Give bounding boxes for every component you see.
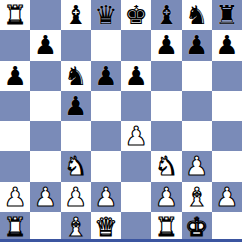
square-c8[interactable]: ♝ bbox=[61, 0, 91, 30]
black-knight[interactable]: ♞ bbox=[61, 61, 91, 91]
white-rook[interactable]: ♜ bbox=[151, 212, 181, 242]
white-bishop[interactable]: ♝ bbox=[61, 212, 91, 242]
square-a5[interactable] bbox=[0, 91, 30, 121]
square-d2[interactable]: ♟ bbox=[91, 182, 121, 212]
square-h1[interactable] bbox=[212, 212, 242, 242]
white-pawn[interactable]: ♟ bbox=[30, 182, 60, 212]
square-c5[interactable]: ♟ bbox=[61, 91, 91, 121]
black-pawn[interactable]: ♟ bbox=[151, 30, 181, 60]
black-king[interactable]: ♚ bbox=[121, 0, 151, 30]
square-c3[interactable]: ♞ bbox=[61, 151, 91, 181]
square-a6[interactable]: ♟ bbox=[0, 61, 30, 91]
square-b6[interactable] bbox=[30, 61, 60, 91]
square-h4[interactable] bbox=[212, 121, 242, 151]
black-pawn[interactable]: ♟ bbox=[182, 30, 212, 60]
white-pawn[interactable]: ♟ bbox=[0, 182, 30, 212]
black-pawn[interactable]: ♟ bbox=[121, 61, 151, 91]
square-e1[interactable] bbox=[121, 212, 151, 242]
black-pawn[interactable]: ♟ bbox=[61, 91, 91, 121]
square-a4[interactable] bbox=[0, 121, 30, 151]
black-knight[interactable]: ♞ bbox=[182, 0, 212, 30]
square-b2[interactable]: ♟ bbox=[30, 182, 60, 212]
square-e8[interactable]: ♚ bbox=[121, 0, 151, 30]
white-pawn[interactable]: ♟ bbox=[121, 121, 151, 151]
square-c6[interactable]: ♞ bbox=[61, 61, 91, 91]
square-g2[interactable]: ♝ bbox=[182, 182, 212, 212]
black-pawn[interactable]: ♟ bbox=[212, 30, 242, 60]
white-king[interactable]: ♚ bbox=[182, 212, 212, 242]
square-f1[interactable]: ♜ bbox=[151, 212, 181, 242]
square-f4[interactable] bbox=[151, 121, 181, 151]
black-pawn[interactable]: ♟ bbox=[91, 61, 121, 91]
square-a8[interactable]: ♜ bbox=[0, 0, 30, 30]
square-b5[interactable] bbox=[30, 91, 60, 121]
square-c4[interactable] bbox=[61, 121, 91, 151]
square-c1[interactable]: ♝ bbox=[61, 212, 91, 242]
white-bishop[interactable]: ♝ bbox=[182, 182, 212, 212]
white-pawn[interactable]: ♟ bbox=[61, 182, 91, 212]
black-bishop[interactable]: ♝ bbox=[61, 0, 91, 30]
square-f3[interactable]: ♞ bbox=[151, 151, 181, 181]
square-a7[interactable] bbox=[0, 30, 30, 60]
square-g5[interactable] bbox=[182, 91, 212, 121]
black-queen[interactable]: ♛ bbox=[91, 0, 121, 30]
square-g4[interactable] bbox=[182, 121, 212, 151]
square-g6[interactable] bbox=[182, 61, 212, 91]
square-d6[interactable]: ♟ bbox=[91, 61, 121, 91]
square-f8[interactable]: ♝ bbox=[151, 0, 181, 30]
square-d3[interactable] bbox=[91, 151, 121, 181]
square-b7[interactable]: ♟ bbox=[30, 30, 60, 60]
square-e7[interactable] bbox=[121, 30, 151, 60]
square-b1[interactable] bbox=[30, 212, 60, 242]
square-e2[interactable] bbox=[121, 182, 151, 212]
square-g8[interactable]: ♞ bbox=[182, 0, 212, 30]
square-e3[interactable] bbox=[121, 151, 151, 181]
square-e6[interactable]: ♟ bbox=[121, 61, 151, 91]
square-d4[interactable] bbox=[91, 121, 121, 151]
chess-board-window: ♜♝♛♚♝♞♜♟♟♟♟♟♞♟♟♟♟♞♞♟♟♟♟♟♟♝♟♜♝♛♜♚ bbox=[0, 0, 242, 242]
chess-board: ♜♝♛♚♝♞♜♟♟♟♟♟♞♟♟♟♟♞♞♟♟♟♟♟♟♝♟♜♝♛♜♚ bbox=[0, 0, 242, 242]
square-b4[interactable] bbox=[30, 121, 60, 151]
square-g3[interactable]: ♟ bbox=[182, 151, 212, 181]
black-pawn[interactable]: ♟ bbox=[30, 30, 60, 60]
white-queen[interactable]: ♛ bbox=[91, 212, 121, 242]
square-a3[interactable] bbox=[0, 151, 30, 181]
square-f6[interactable] bbox=[151, 61, 181, 91]
square-b3[interactable] bbox=[30, 151, 60, 181]
square-f2[interactable]: ♟ bbox=[151, 182, 181, 212]
white-pawn[interactable]: ♟ bbox=[182, 151, 212, 181]
square-h2[interactable]: ♟ bbox=[212, 182, 242, 212]
square-e4[interactable]: ♟ bbox=[121, 121, 151, 151]
square-d8[interactable]: ♛ bbox=[91, 0, 121, 30]
square-f7[interactable]: ♟ bbox=[151, 30, 181, 60]
white-rook[interactable]: ♜ bbox=[0, 212, 30, 242]
black-bishop[interactable]: ♝ bbox=[151, 0, 181, 30]
white-pawn[interactable]: ♟ bbox=[151, 182, 181, 212]
white-pawn[interactable]: ♟ bbox=[212, 182, 242, 212]
square-d7[interactable] bbox=[91, 30, 121, 60]
square-c2[interactable]: ♟ bbox=[61, 182, 91, 212]
white-knight[interactable]: ♞ bbox=[61, 151, 91, 181]
white-pawn[interactable]: ♟ bbox=[91, 182, 121, 212]
square-h5[interactable] bbox=[212, 91, 242, 121]
square-h7[interactable]: ♟ bbox=[212, 30, 242, 60]
square-h8[interactable]: ♜ bbox=[212, 0, 242, 30]
square-b8[interactable] bbox=[30, 0, 60, 30]
black-pawn[interactable]: ♟ bbox=[0, 61, 30, 91]
square-e5[interactable] bbox=[121, 91, 151, 121]
white-knight[interactable]: ♞ bbox=[151, 151, 181, 181]
square-g7[interactable]: ♟ bbox=[182, 30, 212, 60]
square-d1[interactable]: ♛ bbox=[91, 212, 121, 242]
square-d5[interactable] bbox=[91, 91, 121, 121]
square-a2[interactable]: ♟ bbox=[0, 182, 30, 212]
black-rook[interactable]: ♜ bbox=[212, 0, 242, 30]
white-rook[interactable]: ♜ bbox=[0, 0, 30, 30]
square-h3[interactable] bbox=[212, 151, 242, 181]
square-g1[interactable]: ♚ bbox=[182, 212, 212, 242]
square-c7[interactable] bbox=[61, 30, 91, 60]
square-f5[interactable] bbox=[151, 91, 181, 121]
square-a1[interactable]: ♜ bbox=[0, 212, 30, 242]
square-h6[interactable] bbox=[212, 61, 242, 91]
